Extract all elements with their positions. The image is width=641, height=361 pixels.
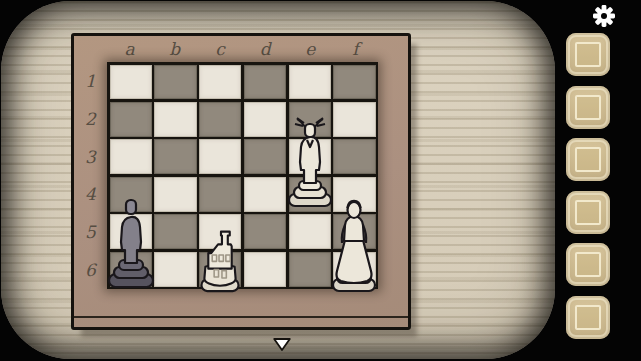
- square-d6[interactable]: [244, 252, 286, 287]
- chess-board-grid: [107, 62, 378, 289]
- square-e4[interactable]: [289, 177, 331, 212]
- inventory-slots: [566, 33, 610, 339]
- square-a1[interactable]: [110, 65, 152, 100]
- square-a2[interactable]: [110, 102, 152, 137]
- square-b1[interactable]: [154, 65, 196, 100]
- board-ledge-line: [74, 316, 408, 318]
- navigate-down-arrow-icon[interactable]: [272, 337, 292, 352]
- inventory-slot-inner: [575, 147, 601, 172]
- inventory-slot-inner: [575, 252, 601, 277]
- rank-label-3: 3: [76, 138, 105, 176]
- inventory-slot-6[interactable]: [566, 296, 610, 339]
- inventory-slot-inner: [575, 95, 601, 120]
- file-labels: abcdef: [107, 37, 378, 61]
- square-e1[interactable]: [289, 65, 331, 100]
- file-label-d: d: [243, 37, 288, 61]
- square-d5[interactable]: [244, 214, 286, 249]
- inventory-slot-inner: [575, 42, 601, 67]
- rank-label-2: 2: [76, 100, 105, 138]
- file-label-b: b: [152, 37, 197, 61]
- rank-label-4: 4: [76, 175, 105, 213]
- chess-board-frame: abcdef 123456: [71, 33, 411, 330]
- square-b3[interactable]: [154, 139, 196, 174]
- square-b5[interactable]: [154, 214, 196, 249]
- inventory-slot-inner: [575, 305, 601, 330]
- square-d1[interactable]: [244, 65, 286, 100]
- square-e3[interactable]: [289, 139, 331, 174]
- settings-gear-icon[interactable]: [592, 4, 616, 28]
- square-c5[interactable]: [199, 214, 241, 249]
- square-f3[interactable]: [333, 139, 375, 174]
- square-d3[interactable]: [244, 139, 286, 174]
- square-a6[interactable]: [110, 252, 152, 287]
- square-e6[interactable]: [289, 252, 331, 287]
- square-f1[interactable]: [333, 65, 375, 100]
- file-label-f: f: [333, 37, 378, 61]
- square-f4[interactable]: [333, 177, 375, 212]
- square-f5[interactable]: [333, 214, 375, 249]
- square-c3[interactable]: [199, 139, 241, 174]
- inventory-slot-5[interactable]: [566, 243, 610, 286]
- square-f2[interactable]: [333, 102, 375, 137]
- inventory-slot-1[interactable]: [566, 33, 610, 76]
- square-c6[interactable]: [199, 252, 241, 287]
- square-f6[interactable]: [333, 252, 375, 287]
- inventory-slot-2[interactable]: [566, 86, 610, 129]
- rank-label-6: 6: [76, 251, 105, 289]
- square-c2[interactable]: [199, 102, 241, 137]
- square-a5[interactable]: [110, 214, 152, 249]
- square-e2[interactable]: [289, 102, 331, 137]
- file-label-c: c: [197, 37, 242, 61]
- file-label-a: a: [107, 37, 152, 61]
- file-label-e: e: [288, 37, 333, 61]
- square-b6[interactable]: [154, 252, 196, 287]
- square-a4[interactable]: [110, 177, 152, 212]
- square-e5[interactable]: [289, 214, 331, 249]
- square-b2[interactable]: [154, 102, 196, 137]
- square-a3[interactable]: [110, 139, 152, 174]
- square-c1[interactable]: [199, 65, 241, 100]
- inventory-slot-3[interactable]: [566, 138, 610, 181]
- inventory-slot-4[interactable]: [566, 191, 610, 234]
- game-screen: abcdef 123456: [0, 0, 641, 361]
- rank-label-5: 5: [76, 213, 105, 251]
- rank-labels: 123456: [76, 62, 105, 289]
- inventory-slot-inner: [575, 200, 601, 225]
- square-d4[interactable]: [244, 177, 286, 212]
- square-c4[interactable]: [199, 177, 241, 212]
- rank-label-1: 1: [76, 62, 105, 100]
- square-d2[interactable]: [244, 102, 286, 137]
- square-b4[interactable]: [154, 177, 196, 212]
